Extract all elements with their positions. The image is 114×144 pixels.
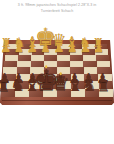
board-square [43, 74, 57, 81]
board-square [3, 67, 16, 74]
board-square [29, 81, 43, 89]
board-row [3, 74, 112, 81]
board-square [15, 81, 29, 89]
board-square [43, 81, 57, 89]
board-square [43, 89, 57, 97]
board-square [57, 74, 71, 81]
board-square [57, 89, 71, 97]
board-square [30, 67, 43, 74]
board-square [57, 67, 70, 74]
board-square [97, 67, 110, 74]
board-squares [0, 44, 114, 97]
board-square [85, 81, 99, 89]
caption-line-1: 3 ft. 98mm japanisches Schachspiel 2.28"… [0, 3, 114, 8]
board-frame-edge [2, 100, 111, 101]
board-square [71, 74, 85, 81]
board-square [1, 89, 15, 97]
board-square [99, 81, 113, 89]
board-square [57, 81, 71, 89]
product-photo: 3 ft. 98mm japanisches Schachspiel 2.28"… [0, 0, 114, 144]
board-square [16, 74, 30, 81]
board-square [98, 74, 112, 81]
board-square [85, 89, 99, 97]
board-square [44, 67, 57, 74]
board-square [15, 89, 29, 97]
caption-line-2: Turnierbrett Schach [0, 9, 114, 14]
board-square [71, 81, 85, 89]
board-row [3, 67, 110, 74]
board-square [3, 74, 17, 81]
board-square [17, 67, 30, 74]
board-square [84, 67, 97, 74]
board-square [29, 89, 43, 97]
board-square [30, 74, 44, 81]
board-square [70, 67, 83, 74]
board-square [71, 89, 85, 97]
board-row [1, 89, 114, 97]
board-square [99, 89, 113, 97]
board-square [2, 81, 16, 89]
chess-board [0, 40, 114, 105]
board-row [2, 81, 113, 89]
caption: 3 ft. 98mm japanisches Schachspiel 2.28"… [0, 3, 114, 13]
board-square [84, 74, 98, 81]
